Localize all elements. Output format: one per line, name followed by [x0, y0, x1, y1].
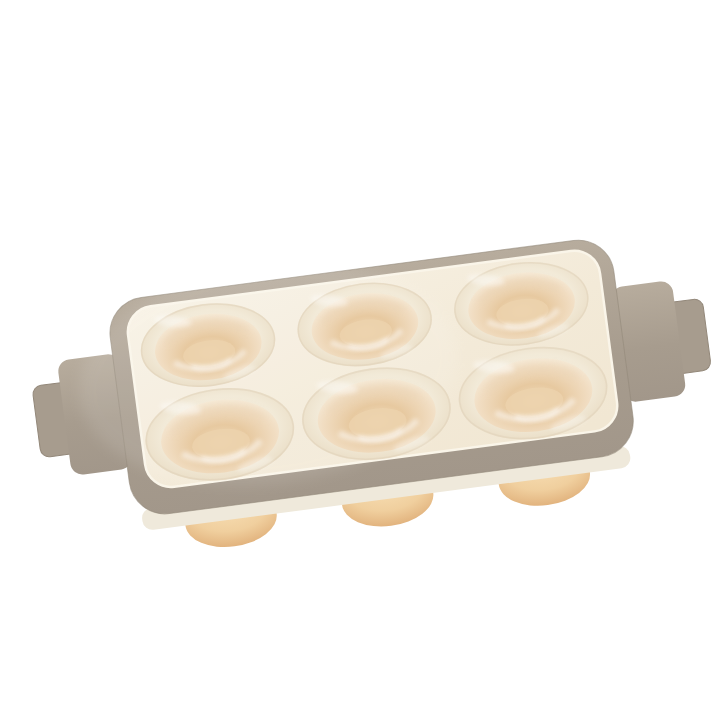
product-photo [0, 0, 720, 720]
muffin-pan-photo [0, 0, 720, 720]
